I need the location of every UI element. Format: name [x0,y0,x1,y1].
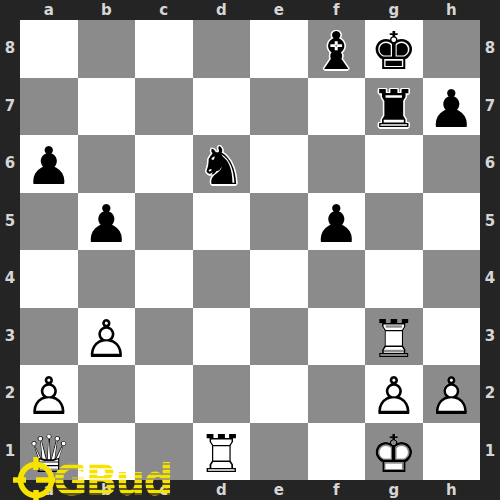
black-pawn-glyph: ♟ [20,135,78,193]
white-rook-glyph: ♖ [365,308,423,366]
piece-black-pawn[interactable]: ♟♟ [20,135,78,193]
square-a7[interactable] [20,78,78,136]
square-e1[interactable] [250,423,308,481]
rank-label-2: 2 [0,365,20,423]
file-labels-top: abcdefgh [20,0,480,20]
square-a3[interactable] [20,308,78,366]
file-label-a: a [20,0,78,20]
black-pawn-glyph: ♟ [308,193,366,251]
black-pawn-glyph: ♟ [78,193,136,251]
rank-label-7: 7 [0,78,20,136]
piece-white-pawn[interactable]: ♟♙ [365,365,423,423]
rank-labels-left: 87654321 [0,20,20,480]
file-label-e: e [250,0,308,20]
file-label-f: f [308,0,366,20]
square-f7[interactable] [308,78,366,136]
rank-label-8: 8 [480,20,500,78]
square-h8[interactable] [423,20,481,78]
square-h7[interactable]: ♟♟ [423,78,481,136]
square-f2[interactable] [308,365,366,423]
square-c1[interactable] [135,423,193,481]
square-h4[interactable] [423,250,481,308]
black-knight-glyph: ♞ [193,135,251,193]
rank-label-6: 6 [0,135,20,193]
square-h2[interactable]: ♟♙ [423,365,481,423]
square-f4[interactable] [308,250,366,308]
square-c4[interactable] [135,250,193,308]
square-e3[interactable] [250,308,308,366]
file-label-f: f [308,480,366,500]
rank-label-5: 5 [480,193,500,251]
square-g8[interactable]: ♚♚ [365,20,423,78]
square-g7[interactable]: ♜♜ [365,78,423,136]
square-e5[interactable] [250,193,308,251]
piece-white-pawn[interactable]: ♟♙ [78,308,136,366]
square-c5[interactable] [135,193,193,251]
black-king-glyph: ♚ [365,20,423,78]
piece-white-rook[interactable]: ♜♖ [365,308,423,366]
piece-white-queen[interactable]: ♛♕ [20,423,78,481]
square-g6[interactable] [365,135,423,193]
rank-label-6: 6 [480,135,500,193]
square-g3[interactable]: ♜♖ [365,308,423,366]
square-h6[interactable] [423,135,481,193]
file-label-c: c [135,0,193,20]
square-e6[interactable] [250,135,308,193]
square-d8[interactable] [193,20,251,78]
rank-label-3: 3 [480,308,500,366]
piece-black-king[interactable]: ♚♚ [365,20,423,78]
square-d6[interactable]: ♞♞ [193,135,251,193]
file-label-h: h [423,0,481,20]
square-c2[interactable] [135,365,193,423]
square-b4[interactable] [78,250,136,308]
square-a1[interactable]: ♛♕ [20,423,78,481]
square-e7[interactable] [250,78,308,136]
square-a4[interactable] [20,250,78,308]
chessboard-screenshot: abcdefgh abcdefgh 87654321 87654321 ♝♝♚♚… [0,0,500,500]
square-f5[interactable]: ♟♟ [308,193,366,251]
file-label-e: e [250,480,308,500]
file-label-d: d [193,0,251,20]
square-f3[interactable] [308,308,366,366]
file-label-b: b [78,0,136,20]
piece-black-rook[interactable]: ♜♜ [365,78,423,136]
square-e4[interactable] [250,250,308,308]
square-h3[interactable] [423,308,481,366]
square-d4[interactable] [193,250,251,308]
square-b2[interactable] [78,365,136,423]
file-label-c: c [135,480,193,500]
square-d5[interactable] [193,193,251,251]
square-d7[interactable] [193,78,251,136]
file-label-b: b [78,480,136,500]
square-f1[interactable] [308,423,366,481]
piece-black-pawn[interactable]: ♟♟ [423,78,481,136]
square-d3[interactable] [193,308,251,366]
piece-white-rook[interactable]: ♜♖ [193,423,251,481]
square-c6[interactable] [135,135,193,193]
square-b1[interactable] [78,423,136,481]
rank-labels-right: 87654321 [480,20,500,480]
square-f6[interactable] [308,135,366,193]
rank-label-1: 1 [0,423,20,481]
square-b3[interactable]: ♟♙ [78,308,136,366]
square-b7[interactable] [78,78,136,136]
chess-board: ♝♝♚♚♜♜♟♟♟♟♞♞♟♟♟♟♟♙♜♖♟♙♟♙♟♙♛♕♜♖♚♔ [20,20,480,480]
square-e8[interactable] [250,20,308,78]
square-g2[interactable]: ♟♙ [365,365,423,423]
rank-label-7: 7 [480,78,500,136]
white-pawn-glyph: ♙ [78,308,136,366]
piece-black-pawn[interactable]: ♟♟ [78,193,136,251]
square-a8[interactable] [20,20,78,78]
square-f8[interactable]: ♝♝ [308,20,366,78]
square-e2[interactable] [250,365,308,423]
square-c7[interactable] [135,78,193,136]
piece-white-pawn[interactable]: ♟♙ [20,365,78,423]
rank-label-5: 5 [0,193,20,251]
square-c8[interactable] [135,20,193,78]
piece-black-pawn[interactable]: ♟♟ [308,193,366,251]
square-d1[interactable]: ♜♖ [193,423,251,481]
white-pawn-glyph: ♙ [365,365,423,423]
square-b6[interactable] [78,135,136,193]
square-a2[interactable]: ♟♙ [20,365,78,423]
piece-black-knight[interactable]: ♞♞ [193,135,251,193]
square-b8[interactable] [78,20,136,78]
piece-white-pawn[interactable]: ♟♙ [423,365,481,423]
piece-black-bishop[interactable]: ♝♝ [308,20,366,78]
white-pawn-glyph: ♙ [20,365,78,423]
rank-label-2: 2 [480,365,500,423]
white-king-glyph: ♔ [365,423,423,481]
black-pawn-glyph: ♟ [423,78,481,136]
white-pawn-glyph: ♙ [423,365,481,423]
black-rook-glyph: ♜ [365,78,423,136]
square-a6[interactable]: ♟♟ [20,135,78,193]
rank-label-3: 3 [0,308,20,366]
square-d2[interactable] [193,365,251,423]
white-queen-glyph: ♕ [20,423,78,481]
rank-label-1: 1 [480,423,500,481]
square-h1[interactable] [423,423,481,481]
square-g1[interactable]: ♚♔ [365,423,423,481]
square-h5[interactable] [423,193,481,251]
rank-label-4: 4 [480,250,500,308]
square-g5[interactable] [365,193,423,251]
square-a5[interactable] [20,193,78,251]
white-rook-glyph: ♖ [193,423,251,481]
file-label-g: g [365,0,423,20]
square-c3[interactable] [135,308,193,366]
rank-label-8: 8 [0,20,20,78]
square-b5[interactable]: ♟♟ [78,193,136,251]
square-g4[interactable] [365,250,423,308]
black-bishop-glyph: ♝ [308,20,366,78]
file-label-h: h [423,480,481,500]
piece-white-king[interactable]: ♚♔ [365,423,423,481]
rank-label-4: 4 [0,250,20,308]
